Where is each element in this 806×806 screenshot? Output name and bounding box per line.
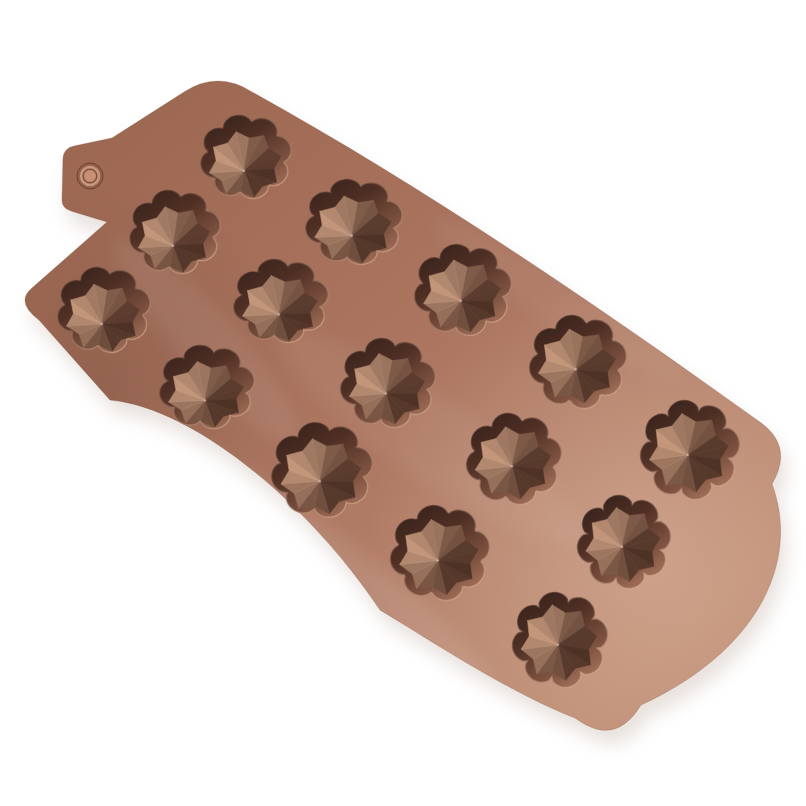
cavity-apex-highlight [385, 392, 388, 395]
hanging-tab-hole [77, 163, 103, 189]
hang-hole-inner [84, 170, 97, 183]
cavity-apex-highlight [351, 234, 354, 237]
cavity-apex-highlight [437, 559, 440, 562]
cavity-apex-highlight [278, 313, 281, 316]
cavity-apex-highlight [575, 368, 578, 371]
cavity-crease [320, 481, 353, 482]
cavity-apex-highlight [621, 545, 624, 548]
cavity-apex-highlight [511, 465, 514, 468]
cavity-apex-highlight [557, 644, 560, 647]
cavity-apex-highlight [204, 399, 207, 402]
mold-cavity-r5c3 [513, 593, 608, 688]
mold-cavity-r5c1 [641, 401, 740, 500]
chocolate-mold-photo [0, 0, 806, 806]
cavity-apex-highlight [687, 454, 690, 457]
cavity-apex-highlight [101, 323, 104, 326]
mold-cavity-r4c2 [467, 414, 562, 505]
mold-cavity-r4c3 [391, 506, 490, 601]
cavity-apex-highlight [243, 170, 246, 173]
product-photo-stage [0, 0, 806, 806]
cavity-apex-highlight [460, 299, 463, 302]
cavity-apex-highlight [172, 245, 175, 248]
cavity-apex-highlight [319, 480, 322, 483]
cavity-crease [461, 301, 493, 302]
mold-cavity-r4c1 [530, 316, 627, 409]
mold-cavity-r5c2 [578, 496, 671, 589]
